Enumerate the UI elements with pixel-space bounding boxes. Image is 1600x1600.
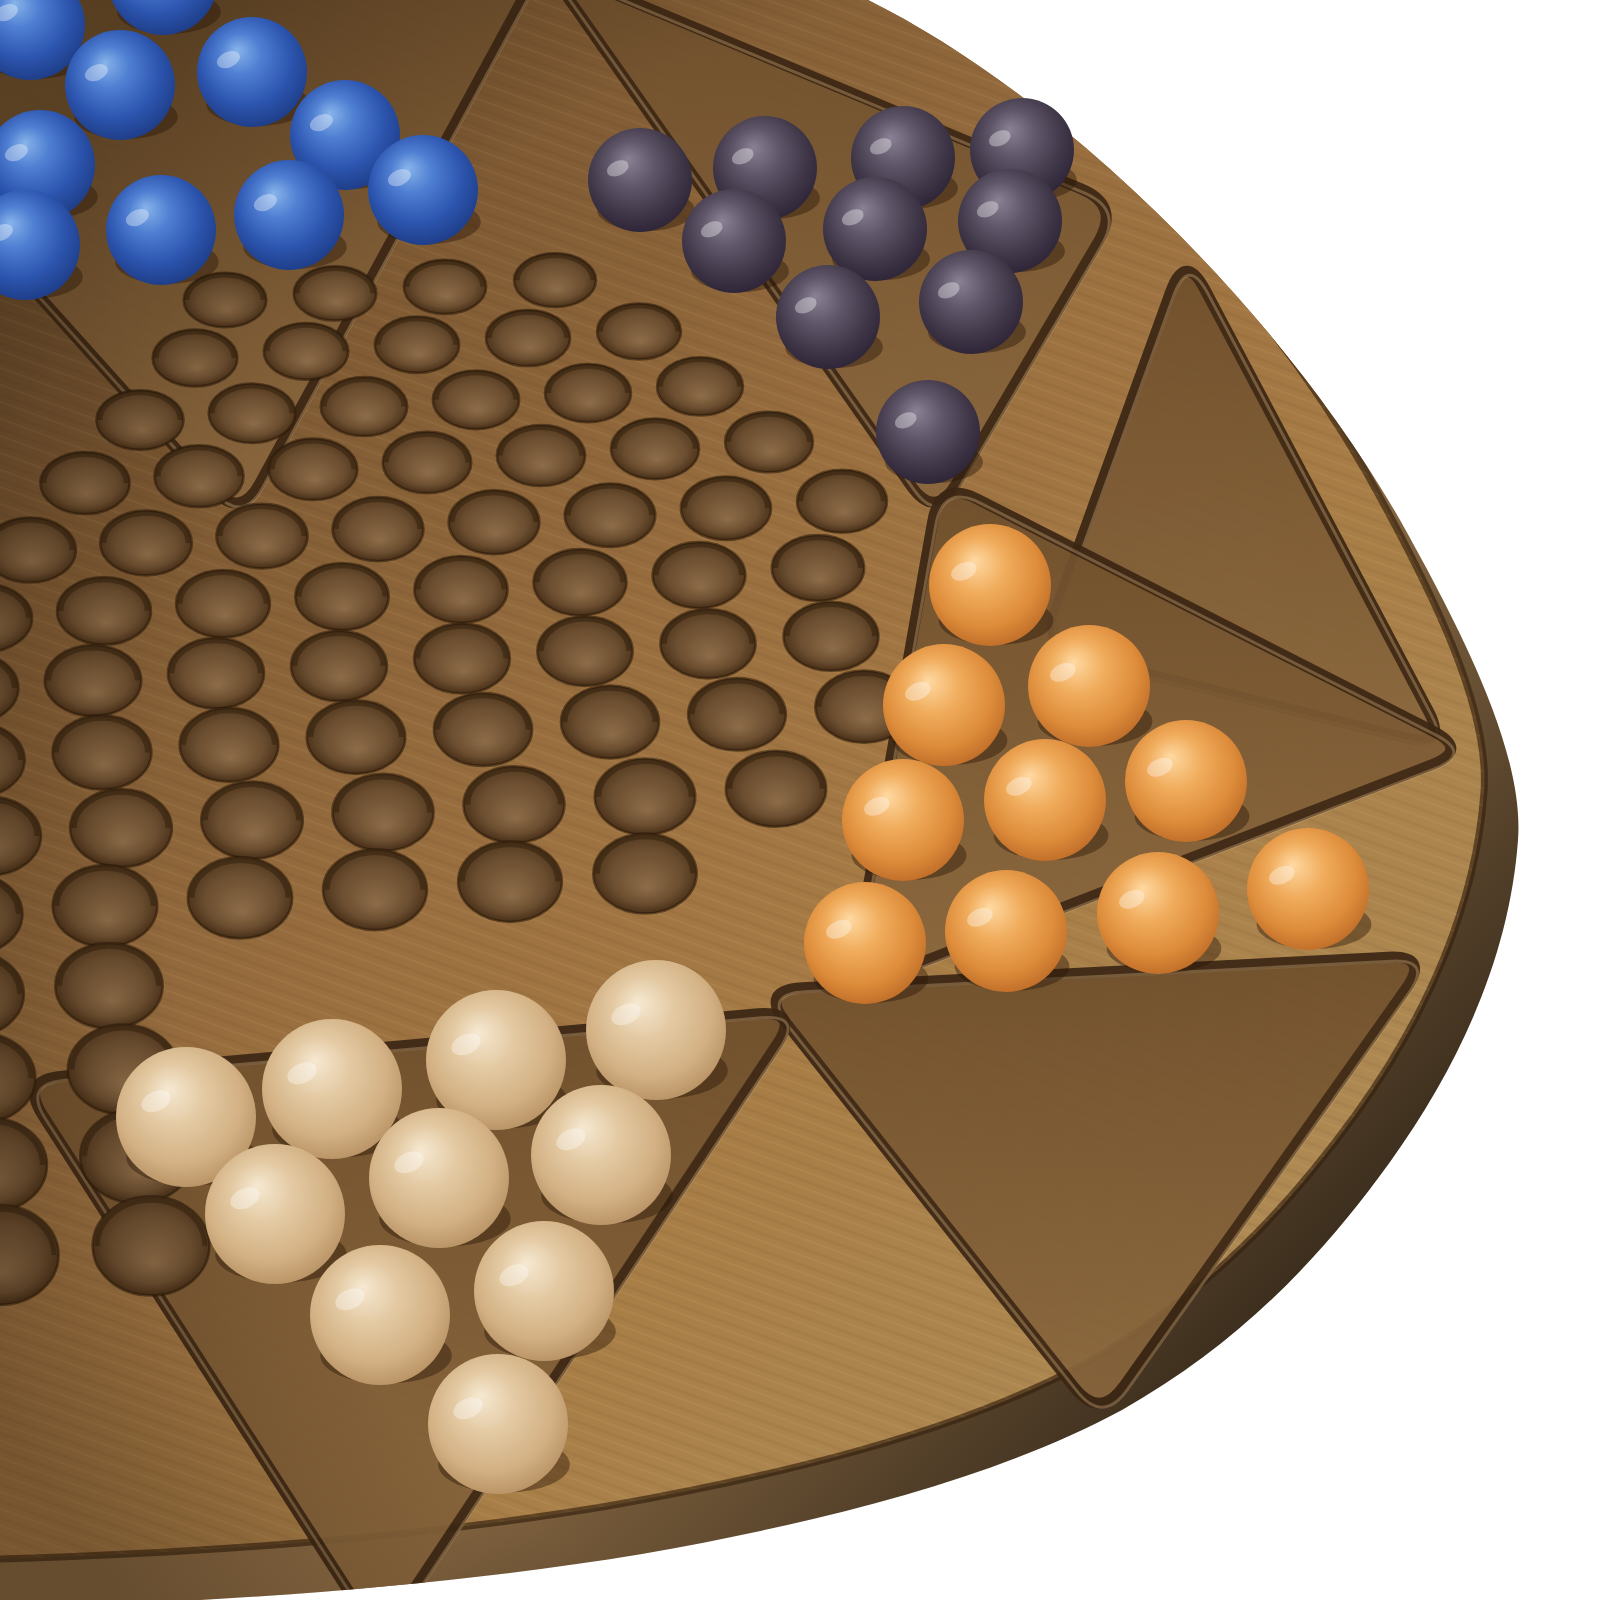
marble-orange[interactable] [1247,828,1369,950]
marble-orange[interactable] [842,759,964,881]
marble-orange[interactable] [804,882,926,1004]
marble-natural[interactable] [310,1245,450,1385]
marble-black[interactable] [876,380,980,484]
marble-orange[interactable] [1097,852,1219,974]
marble-orange[interactable] [883,644,1005,766]
marble-natural[interactable] [531,1085,671,1225]
marble-natural[interactable] [205,1144,345,1284]
marble-blue[interactable] [106,175,216,285]
marble-blue[interactable] [234,160,344,270]
marble-black[interactable] [682,189,786,293]
marble-natural[interactable] [428,1354,568,1494]
marble-orange[interactable] [984,739,1106,861]
marble-natural[interactable] [369,1108,509,1248]
marble-orange[interactable] [929,524,1051,646]
marble-blue[interactable] [65,30,175,140]
lighting-vignette [0,0,1600,1600]
marble-orange[interactable] [945,870,1067,992]
marble-orange[interactable] [1028,625,1150,747]
marble-blue[interactable] [368,135,478,245]
marble-black[interactable] [919,250,1023,354]
marble-blue[interactable] [197,17,307,127]
board-photo-scene [0,0,1600,1600]
marble-orange[interactable] [1125,720,1247,842]
marble-black[interactable] [823,177,927,281]
marble-natural[interactable] [474,1221,614,1361]
marble-natural[interactable] [586,960,726,1100]
marble-black[interactable] [588,128,692,232]
marble-natural[interactable] [262,1019,402,1159]
marble-black[interactable] [776,265,880,369]
chinese-checkers-board [0,0,1600,1600]
